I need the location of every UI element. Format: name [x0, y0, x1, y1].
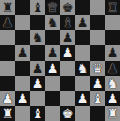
black-knight-piece: ♞ [32, 30, 44, 45]
square-a2[interactable]: ♟ [0, 91, 15, 106]
chess-board: ♜♝♛♚♜♟♞♝♟♞♟♟♟♟♟♟♟♞♛♟♟♟♞♟♟♟♝♟♜♝♚♜ [0, 0, 120, 121]
square-a5[interactable] [0, 45, 15, 60]
white-king-piece: ♚ [62, 106, 74, 121]
white-pawn-piece: ♟ [32, 76, 44, 91]
square-f1[interactable] [75, 106, 90, 121]
square-b6[interactable] [15, 30, 30, 45]
black-pawn-piece: ♟ [32, 61, 44, 76]
black-knight-piece: ♞ [47, 15, 59, 30]
square-b8[interactable] [15, 0, 30, 15]
square-g8[interactable] [90, 0, 105, 15]
square-a8[interactable]: ♜ [0, 0, 15, 15]
square-c8[interactable]: ♝ [30, 0, 45, 15]
square-c4[interactable]: ♟ [30, 61, 45, 76]
square-h8[interactable]: ♜ [105, 0, 120, 15]
square-f3[interactable] [75, 76, 90, 91]
square-d6[interactable] [45, 30, 60, 45]
black-pawn-piece: ♟ [107, 61, 119, 76]
square-b2[interactable]: ♟ [15, 91, 30, 106]
square-e3[interactable] [60, 76, 75, 91]
square-d5[interactable]: ♟ [45, 45, 60, 60]
square-f2[interactable]: ♟ [75, 91, 90, 106]
square-g2[interactable]: ♝ [90, 91, 105, 106]
black-pawn-piece: ♟ [107, 45, 119, 60]
black-pawn-piece: ♟ [2, 15, 14, 30]
white-rook-piece: ♜ [107, 106, 119, 121]
square-c5[interactable] [30, 45, 45, 60]
square-b5[interactable]: ♟ [15, 45, 30, 60]
square-e5[interactable]: ♟ [60, 45, 75, 60]
square-a4[interactable] [0, 61, 15, 76]
square-d1[interactable] [45, 106, 60, 121]
black-king-piece: ♚ [62, 0, 74, 15]
white-pawn-piece: ♟ [107, 91, 119, 106]
square-h4[interactable]: ♟ [105, 61, 120, 76]
square-e1[interactable]: ♚ [60, 106, 75, 121]
black-pawn-piece: ♟ [17, 45, 29, 60]
square-f7[interactable]: ♟ [75, 15, 90, 30]
square-h7[interactable] [105, 15, 120, 30]
black-rook-piece: ♜ [2, 0, 14, 15]
white-pawn-piece: ♟ [92, 76, 104, 91]
white-queen-piece: ♛ [92, 61, 104, 76]
square-c7[interactable] [30, 15, 45, 30]
square-g7[interactable] [90, 15, 105, 30]
square-b3[interactable] [15, 76, 30, 91]
square-e8[interactable]: ♚ [60, 0, 75, 15]
square-h2[interactable]: ♟ [105, 91, 120, 106]
white-knight-piece: ♞ [77, 61, 89, 76]
square-d3[interactable] [45, 76, 60, 91]
square-b7[interactable] [15, 15, 30, 30]
black-rook-piece: ♜ [107, 0, 119, 15]
white-bishop-piece: ♝ [32, 106, 44, 121]
white-pawn-piece: ♟ [2, 91, 14, 106]
square-f5[interactable] [75, 45, 90, 60]
square-e2[interactable] [60, 91, 75, 106]
square-g5[interactable] [90, 45, 105, 60]
square-b4[interactable] [15, 61, 30, 76]
square-h5[interactable]: ♟ [105, 45, 120, 60]
white-rook-piece: ♜ [2, 106, 14, 121]
black-pawn-piece: ♟ [47, 45, 59, 60]
white-bishop-piece: ♝ [92, 91, 104, 106]
square-d7[interactable]: ♞ [45, 15, 60, 30]
white-pawn-piece: ♟ [77, 91, 89, 106]
square-h6[interactable] [105, 30, 120, 45]
black-pawn-piece: ♟ [77, 15, 89, 30]
square-g4[interactable]: ♛ [90, 61, 105, 76]
white-pawn-piece: ♟ [47, 61, 59, 76]
square-e4[interactable] [60, 61, 75, 76]
white-pawn-piece: ♟ [17, 91, 29, 106]
square-d8[interactable]: ♛ [45, 0, 60, 15]
square-f8[interactable] [75, 0, 90, 15]
square-c1[interactable]: ♝ [30, 106, 45, 121]
square-a7[interactable]: ♟ [0, 15, 15, 30]
black-bishop-piece: ♝ [62, 15, 74, 30]
black-bishop-piece: ♝ [32, 0, 44, 15]
square-b1[interactable] [15, 106, 30, 121]
square-h1[interactable]: ♜ [105, 106, 120, 121]
black-queen-piece: ♛ [47, 0, 59, 15]
square-c2[interactable] [30, 91, 45, 106]
black-pawn-piece: ♟ [62, 30, 74, 45]
square-f4[interactable]: ♞ [75, 61, 90, 76]
white-pawn-piece: ♟ [62, 45, 74, 60]
square-g1[interactable] [90, 106, 105, 121]
square-a3[interactable] [0, 76, 15, 91]
square-h3[interactable]: ♞ [105, 76, 120, 91]
square-d2[interactable] [45, 91, 60, 106]
square-a6[interactable] [0, 30, 15, 45]
square-d4[interactable]: ♟ [45, 61, 60, 76]
square-e7[interactable]: ♝ [60, 15, 75, 30]
square-g6[interactable] [90, 30, 105, 45]
square-e6[interactable]: ♟ [60, 30, 75, 45]
square-c6[interactable]: ♞ [30, 30, 45, 45]
square-f6[interactable] [75, 30, 90, 45]
square-c3[interactable]: ♟ [30, 76, 45, 91]
square-a1[interactable]: ♜ [0, 106, 15, 121]
white-knight-piece: ♞ [107, 76, 119, 91]
square-g3[interactable]: ♟ [90, 76, 105, 91]
